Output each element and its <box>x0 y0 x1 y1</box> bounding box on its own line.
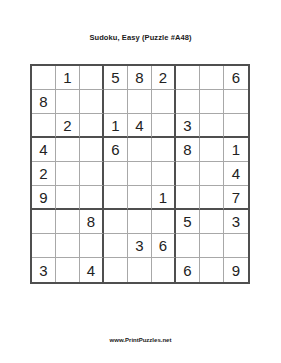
cell-r7c2 <box>56 210 80 234</box>
cell-r1c5: 8 <box>128 66 152 90</box>
cell-r7c6 <box>152 210 176 234</box>
cell-r6c6: 1 <box>152 186 176 210</box>
cell-r8c3 <box>80 234 104 258</box>
cell-r7c5 <box>128 210 152 234</box>
cell-r3c8 <box>200 114 224 138</box>
cell-r1c6: 2 <box>152 66 176 90</box>
cell-r2c7 <box>176 90 200 114</box>
cell-r8c5: 3 <box>128 234 152 258</box>
cell-r2c3 <box>80 90 104 114</box>
cell-r6c1: 9 <box>32 186 56 210</box>
cell-r1c9: 6 <box>224 66 248 90</box>
cell-r9c4 <box>104 258 128 282</box>
cell-r8c2 <box>56 234 80 258</box>
cell-r3c1 <box>32 114 56 138</box>
cell-r7c4 <box>104 210 128 234</box>
cell-r6c7 <box>176 186 200 210</box>
cell-r5c7 <box>176 162 200 186</box>
cell-r6c3 <box>80 186 104 210</box>
cell-r5c3 <box>80 162 104 186</box>
cell-r9c7: 6 <box>176 258 200 282</box>
cell-r5c9: 4 <box>224 162 248 186</box>
cell-r4c7: 8 <box>176 138 200 162</box>
cell-r2c8 <box>200 90 224 114</box>
cell-r6c4 <box>104 186 128 210</box>
cell-r9c6 <box>152 258 176 282</box>
cell-r8c4 <box>104 234 128 258</box>
cell-r8c8 <box>200 234 224 258</box>
footer-url: www.PrintPuzzles.net <box>0 337 281 343</box>
cell-r7c1 <box>32 210 56 234</box>
cell-r3c9 <box>224 114 248 138</box>
cell-r4c6 <box>152 138 176 162</box>
cell-r1c7 <box>176 66 200 90</box>
cell-r3c3 <box>80 114 104 138</box>
puzzle-page: Sudoku, Easy (Puzzle #A48) 1582682143468… <box>0 0 281 363</box>
cell-r9c1: 3 <box>32 258 56 282</box>
cell-r2c5 <box>128 90 152 114</box>
cell-r3c2: 2 <box>56 114 80 138</box>
cell-r2c6 <box>152 90 176 114</box>
cell-r3c4: 1 <box>104 114 128 138</box>
cell-r1c3 <box>80 66 104 90</box>
cell-r5c1: 2 <box>32 162 56 186</box>
cell-r5c4 <box>104 162 128 186</box>
cell-r4c5 <box>128 138 152 162</box>
cell-r4c8 <box>200 138 224 162</box>
cell-r9c3: 4 <box>80 258 104 282</box>
cell-r5c6 <box>152 162 176 186</box>
cell-r5c2 <box>56 162 80 186</box>
cell-r9c8 <box>200 258 224 282</box>
cell-r6c2 <box>56 186 80 210</box>
cell-r6c9: 7 <box>224 186 248 210</box>
cell-r3c7: 3 <box>176 114 200 138</box>
cell-r8c9 <box>224 234 248 258</box>
cell-r6c8 <box>200 186 224 210</box>
cell-r2c4 <box>104 90 128 114</box>
cell-r9c2 <box>56 258 80 282</box>
cell-r4c3 <box>80 138 104 162</box>
cell-r4c9: 1 <box>224 138 248 162</box>
cell-r4c4: 6 <box>104 138 128 162</box>
cell-r3c5: 4 <box>128 114 152 138</box>
cell-r4c1: 4 <box>32 138 56 162</box>
cell-r2c9 <box>224 90 248 114</box>
cell-r1c1 <box>32 66 56 90</box>
cell-r7c8 <box>200 210 224 234</box>
cell-r8c6: 6 <box>152 234 176 258</box>
cell-r2c1: 8 <box>32 90 56 114</box>
cell-r8c7 <box>176 234 200 258</box>
cell-r8c1 <box>32 234 56 258</box>
cell-r1c4: 5 <box>104 66 128 90</box>
cell-r5c5 <box>128 162 152 186</box>
cell-r9c9: 9 <box>224 258 248 282</box>
cell-r1c2: 1 <box>56 66 80 90</box>
cell-r9c5 <box>128 258 152 282</box>
cell-r7c9: 3 <box>224 210 248 234</box>
cell-r5c8 <box>200 162 224 186</box>
puzzle-title: Sudoku, Easy (Puzzle #A48) <box>0 33 281 42</box>
cell-r4c2 <box>56 138 80 162</box>
cell-r6c5 <box>128 186 152 210</box>
cell-r3c6 <box>152 114 176 138</box>
cell-r7c3: 8 <box>80 210 104 234</box>
cell-r2c2 <box>56 90 80 114</box>
cell-r1c8 <box>200 66 224 90</box>
sudoku-grid: 1582682143468124917853363469 <box>30 64 250 284</box>
cell-r7c7: 5 <box>176 210 200 234</box>
